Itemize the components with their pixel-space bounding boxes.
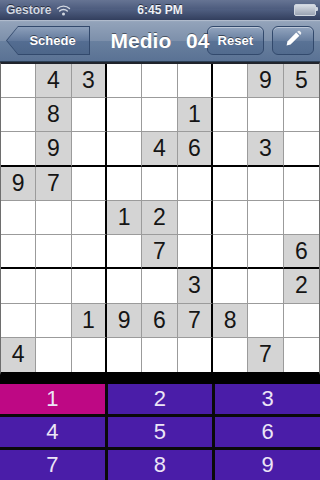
cell-r6c5[interactable]: 7 bbox=[142, 235, 177, 269]
cell-r5c7[interactable] bbox=[213, 201, 248, 235]
cell-r5c3[interactable] bbox=[72, 201, 107, 235]
cell-r3c8[interactable]: 3 bbox=[248, 132, 283, 166]
key-6[interactable]: 6 bbox=[215, 417, 320, 447]
cell-r6c2[interactable] bbox=[36, 235, 71, 269]
cell-r1c7[interactable] bbox=[213, 64, 248, 98]
cell-r6c8[interactable] bbox=[248, 235, 283, 269]
app-screen: Gestore 6:45 PM Schede Medio 04 Reset bbox=[0, 0, 320, 480]
cell-r3c1[interactable] bbox=[1, 132, 36, 166]
cell-r7c1[interactable] bbox=[1, 269, 36, 303]
cell-r7c8[interactable] bbox=[248, 269, 283, 303]
board-keypad-divider bbox=[0, 375, 320, 384]
cell-r5c6[interactable] bbox=[178, 201, 213, 235]
key-7[interactable]: 7 bbox=[0, 450, 105, 480]
key-4[interactable]: 4 bbox=[0, 417, 105, 447]
edit-button[interactable] bbox=[272, 26, 314, 55]
cell-r4c9[interactable] bbox=[284, 167, 319, 201]
key-8[interactable]: 8 bbox=[108, 450, 213, 480]
cell-r2c8[interactable] bbox=[248, 98, 283, 132]
back-button-label: Schede bbox=[7, 27, 89, 54]
sudoku-grid: 4395819463971276321967847 bbox=[0, 62, 320, 375]
battery-icon bbox=[294, 4, 316, 16]
cell-r1c6[interactable] bbox=[178, 64, 213, 98]
reset-button[interactable]: Reset bbox=[207, 26, 264, 55]
cell-r8c8[interactable] bbox=[248, 304, 283, 338]
cell-r4c3[interactable] bbox=[72, 167, 107, 201]
cell-r5c1[interactable] bbox=[1, 201, 36, 235]
cell-r7c6[interactable]: 3 bbox=[178, 269, 213, 303]
cell-r2c6[interactable]: 1 bbox=[178, 98, 213, 132]
cell-r3c6[interactable]: 6 bbox=[178, 132, 213, 166]
cell-r8c3[interactable]: 1 bbox=[72, 304, 107, 338]
cell-r6c1[interactable] bbox=[1, 235, 36, 269]
cell-r7c9[interactable]: 2 bbox=[284, 269, 319, 303]
cell-r3c2[interactable]: 9 bbox=[36, 132, 71, 166]
cell-r4c1[interactable]: 9 bbox=[1, 167, 36, 201]
cell-r9c9[interactable] bbox=[284, 338, 319, 372]
cell-r1c9[interactable]: 5 bbox=[284, 64, 319, 98]
cell-r9c8[interactable]: 7 bbox=[248, 338, 283, 372]
status-bar: Gestore 6:45 PM bbox=[0, 0, 320, 20]
cell-r9c3[interactable] bbox=[72, 338, 107, 372]
cell-r6c7[interactable] bbox=[213, 235, 248, 269]
cell-r8c6[interactable]: 7 bbox=[178, 304, 213, 338]
navigation-bar: Schede Medio 04 Reset bbox=[0, 20, 320, 62]
cell-r8c9[interactable] bbox=[284, 304, 319, 338]
number-keypad: 123456789 bbox=[0, 384, 320, 480]
cell-r7c5[interactable] bbox=[142, 269, 177, 303]
cell-r6c9[interactable]: 6 bbox=[284, 235, 319, 269]
cell-r5c9[interactable] bbox=[284, 201, 319, 235]
cell-r5c5[interactable]: 2 bbox=[142, 201, 177, 235]
cell-r1c3[interactable]: 3 bbox=[72, 64, 107, 98]
cell-r2c3[interactable] bbox=[72, 98, 107, 132]
cell-r4c5[interactable] bbox=[142, 167, 177, 201]
cell-r2c1[interactable] bbox=[1, 98, 36, 132]
cell-r2c5[interactable] bbox=[142, 98, 177, 132]
cell-r1c5[interactable] bbox=[142, 64, 177, 98]
key-5[interactable]: 5 bbox=[108, 417, 213, 447]
cell-r1c1[interactable] bbox=[1, 64, 36, 98]
page-title: Medio 04 bbox=[111, 29, 210, 53]
clock: 6:45 PM bbox=[0, 3, 320, 17]
cell-r9c1[interactable]: 4 bbox=[1, 338, 36, 372]
cell-r9c4[interactable] bbox=[107, 338, 142, 372]
cell-r3c7[interactable] bbox=[213, 132, 248, 166]
cell-r1c4[interactable] bbox=[107, 64, 142, 98]
cell-r7c4[interactable] bbox=[107, 269, 142, 303]
cell-r1c2[interactable]: 4 bbox=[36, 64, 71, 98]
cell-r6c4[interactable] bbox=[107, 235, 142, 269]
reset-button-label: Reset bbox=[218, 33, 253, 48]
cell-r2c9[interactable] bbox=[284, 98, 319, 132]
cell-r6c6[interactable] bbox=[178, 235, 213, 269]
cell-r5c2[interactable] bbox=[36, 201, 71, 235]
cell-r9c6[interactable] bbox=[178, 338, 213, 372]
key-2[interactable]: 2 bbox=[108, 384, 213, 414]
cell-r6c3[interactable] bbox=[72, 235, 107, 269]
pencil-icon bbox=[284, 30, 302, 51]
cell-r2c7[interactable] bbox=[213, 98, 248, 132]
cell-r5c8[interactable] bbox=[248, 201, 283, 235]
cell-r8c7[interactable]: 8 bbox=[213, 304, 248, 338]
cell-r3c4[interactable] bbox=[107, 132, 142, 166]
cell-r7c3[interactable] bbox=[72, 269, 107, 303]
cell-r9c2[interactable] bbox=[36, 338, 71, 372]
cell-r4c7[interactable] bbox=[213, 167, 248, 201]
cell-r9c7[interactable] bbox=[213, 338, 248, 372]
cell-r4c4[interactable] bbox=[107, 167, 142, 201]
key-9[interactable]: 9 bbox=[215, 450, 320, 480]
cell-r5c4[interactable]: 1 bbox=[107, 201, 142, 235]
key-3[interactable]: 3 bbox=[215, 384, 320, 414]
cell-r3c3[interactable] bbox=[72, 132, 107, 166]
cell-r3c5[interactable]: 4 bbox=[142, 132, 177, 166]
cell-r8c1[interactable] bbox=[1, 304, 36, 338]
cell-r8c4[interactable]: 9 bbox=[107, 304, 142, 338]
cell-r2c4[interactable] bbox=[107, 98, 142, 132]
cell-r9c5[interactable] bbox=[142, 338, 177, 372]
cell-r7c2[interactable] bbox=[36, 269, 71, 303]
key-1[interactable]: 1 bbox=[0, 384, 105, 414]
cell-r4c2[interactable]: 7 bbox=[36, 167, 71, 201]
back-button[interactable]: Schede bbox=[6, 26, 90, 55]
cell-r1c8[interactable]: 9 bbox=[248, 64, 283, 98]
cell-r4c8[interactable] bbox=[248, 167, 283, 201]
cell-r2c2[interactable]: 8 bbox=[36, 98, 71, 132]
cell-r8c5[interactable]: 6 bbox=[142, 304, 177, 338]
cell-r8c2[interactable] bbox=[36, 304, 71, 338]
cell-r3c9[interactable] bbox=[284, 132, 319, 166]
cell-r4c6[interactable] bbox=[178, 167, 213, 201]
cell-r7c7[interactable] bbox=[213, 269, 248, 303]
